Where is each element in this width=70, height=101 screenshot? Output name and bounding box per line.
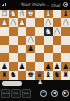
square-a3[interactable] <box>61 27 70 36</box>
arrow-right-icon[interactable]: ▶ <box>62 90 69 97</box>
square-d5[interactable] <box>35 45 44 54</box>
bottom-toolbar: Game New Help ↶ ◀ ▶ <box>0 88 70 101</box>
black-rook-piece[interactable]: ♜ <box>1 71 8 79</box>
square-d3[interactable] <box>35 27 44 36</box>
square-c7[interactable]: ♟ <box>44 62 53 71</box>
square-c4[interactable] <box>44 36 53 45</box>
square-h7[interactable]: ♟ <box>0 62 9 71</box>
square-g4[interactable] <box>9 36 18 45</box>
square-f6[interactable] <box>18 53 27 62</box>
square-g8[interactable]: ♞ <box>9 71 18 80</box>
black-knight-piece[interactable]: ♞ <box>10 71 17 79</box>
black-pawn-piece[interactable]: ♟ <box>1 63 8 71</box>
black-knight-piece[interactable]: ♞ <box>53 71 60 79</box>
square-b4[interactable] <box>53 36 62 45</box>
square-g3[interactable] <box>9 27 18 36</box>
black-bishop-piece[interactable]: ♝ <box>45 71 52 79</box>
square-b1[interactable] <box>53 10 62 19</box>
square-e4[interactable]: ♟ <box>26 36 35 45</box>
white-knight-piece[interactable]: ♞ <box>45 28 52 36</box>
square-g2[interactable]: ♟ <box>9 18 18 27</box>
square-b2[interactable] <box>53 18 62 27</box>
square-c1[interactable]: ♝ <box>44 10 53 19</box>
square-b3[interactable]: ♟ <box>53 27 62 36</box>
black-rook-piece[interactable]: ♜ <box>62 71 69 79</box>
black-bishop-piece[interactable]: ♝ <box>62 10 69 18</box>
square-e2[interactable] <box>26 18 35 27</box>
square-h8[interactable]: ♜ <box>0 71 9 80</box>
square-d2[interactable] <box>35 18 44 27</box>
black-pawn-piece[interactable]: ♟ <box>45 63 52 71</box>
square-a6[interactable] <box>61 53 70 62</box>
toolbar-tile-game[interactable]: Game <box>1 89 10 98</box>
black-pawn-piece[interactable]: ♟ <box>62 63 69 71</box>
square-a5[interactable] <box>61 45 70 54</box>
white-pawn-piece[interactable]: ♟ <box>45 19 52 27</box>
square-b5[interactable] <box>53 45 62 54</box>
square-d1[interactable] <box>35 10 44 19</box>
square-a1[interactable]: ♝ <box>61 10 70 19</box>
white-pawn-piece[interactable]: ♟ <box>62 19 69 27</box>
square-h1[interactable]: ♜ <box>0 10 9 19</box>
square-c2[interactable]: ♟ <box>44 18 53 27</box>
square-a4[interactable] <box>61 36 70 45</box>
white-bishop-piece[interactable]: ♝ <box>18 10 25 18</box>
square-a2[interactable]: ♟ <box>61 18 70 27</box>
chess-board[interactable]: ♜♞♝♚♝♝♟♟♟♟♟♞♟♟♟♟♟♟♟♟♜♞♚♛♝♞♜ <box>0 10 70 80</box>
undo-icon[interactable]: ↶ <box>40 90 47 97</box>
signal-bars-icon <box>2 3 6 6</box>
white-pawn-piece[interactable]: ♟ <box>18 19 25 27</box>
black-pawn-piece[interactable]: ♟ <box>27 45 34 53</box>
white-bishop-piece[interactable]: ♝ <box>45 10 52 18</box>
square-e7[interactable] <box>26 62 35 71</box>
square-d6[interactable] <box>35 53 44 62</box>
square-e6[interactable] <box>26 53 35 62</box>
white-pawn-piece[interactable]: ♟ <box>27 36 34 44</box>
square-b8[interactable]: ♞ <box>53 71 62 80</box>
square-f4[interactable] <box>18 36 27 45</box>
black-pawn-piece[interactable]: ♟ <box>53 63 60 71</box>
black-queen-piece[interactable]: ♛ <box>36 71 43 79</box>
status-text: Your move... <box>21 2 49 7</box>
white-pawn-piece[interactable]: ♟ <box>1 19 8 27</box>
square-h3[interactable] <box>0 27 9 36</box>
square-c8[interactable]: ♝ <box>44 71 53 80</box>
info-pill[interactable]: ··· <box>2 81 22 86</box>
square-f5[interactable] <box>18 45 27 54</box>
square-d7[interactable] <box>35 62 44 71</box>
square-c6[interactable] <box>44 53 53 62</box>
white-pawn-piece[interactable]: ♟ <box>53 28 60 36</box>
square-e3[interactable] <box>26 27 35 36</box>
square-e5[interactable]: ♟ <box>26 45 35 54</box>
square-b7[interactable]: ♟ <box>53 62 62 71</box>
square-g1[interactable]: ♞ <box>9 10 18 19</box>
square-f1[interactable]: ♝ <box>18 10 27 19</box>
square-c3[interactable]: ♞ <box>44 27 53 36</box>
square-g5[interactable] <box>9 45 18 54</box>
chat-icon[interactable] <box>63 2 68 7</box>
square-c5[interactable] <box>44 45 53 54</box>
black-pawn-piece[interactable]: ♟ <box>18 63 25 71</box>
white-rook-piece[interactable]: ♜ <box>1 10 8 18</box>
arrow-left-icon[interactable]: ◀ <box>51 90 58 97</box>
toolbar-tile-help[interactable]: Help <box>22 89 31 98</box>
captured-pawn-icon: ♟ <box>38 80 43 86</box>
square-b6[interactable] <box>53 53 62 62</box>
white-knight-piece[interactable]: ♞ <box>10 10 17 18</box>
square-e8[interactable]: ♚ <box>26 71 35 80</box>
white-king-piece[interactable]: ♚ <box>27 10 34 18</box>
app-header: Your move... Chat <box>0 0 70 9</box>
toolbar-tile-new[interactable]: New <box>11 89 20 98</box>
square-g6[interactable] <box>9 53 18 62</box>
square-f3[interactable] <box>18 27 27 36</box>
square-h2[interactable]: ♟ <box>0 18 9 27</box>
square-d4[interactable] <box>35 36 44 45</box>
info-strip: ··· ♟ <box>0 80 70 88</box>
black-king-piece[interactable]: ♚ <box>27 71 34 79</box>
square-f7[interactable]: ♟ <box>18 62 27 71</box>
square-h4[interactable] <box>0 36 9 45</box>
chat-button-label[interactable]: Chat <box>51 3 60 8</box>
square-h6[interactable] <box>0 53 9 62</box>
square-f8[interactable] <box>18 71 27 80</box>
square-g7[interactable] <box>9 62 18 71</box>
square-e1[interactable]: ♚ <box>26 10 35 19</box>
square-f2[interactable]: ♟ <box>18 18 27 27</box>
square-a8[interactable]: ♜ <box>61 71 70 80</box>
white-pawn-piece[interactable]: ♟ <box>10 19 17 27</box>
square-h5[interactable] <box>0 45 9 54</box>
square-a7[interactable]: ♟ <box>61 62 70 71</box>
